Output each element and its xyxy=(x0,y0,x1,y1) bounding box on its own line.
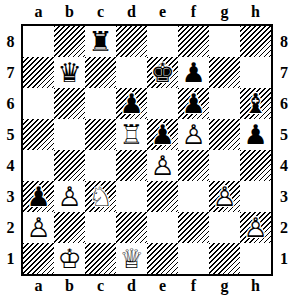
square-h8[interactable] xyxy=(240,26,271,57)
square-g7[interactable] xyxy=(209,57,240,88)
file-label-bottom-f: f xyxy=(178,278,209,294)
square-g8[interactable] xyxy=(209,26,240,57)
white-king-silhouette: ♚ xyxy=(54,243,85,274)
square-d2[interactable] xyxy=(116,212,147,243)
square-b4[interactable] xyxy=(54,150,85,181)
square-c3[interactable]: ♞♘ xyxy=(85,181,116,212)
rank-label-right-7: 7 xyxy=(273,65,295,81)
square-b1[interactable]: ♚♔ xyxy=(54,243,85,274)
square-d7[interactable] xyxy=(116,57,147,88)
file-label-bottom-c: c xyxy=(85,278,116,294)
square-f2[interactable] xyxy=(178,212,209,243)
file-label-top-g: g xyxy=(209,4,240,20)
square-e5[interactable]: ♟♟ xyxy=(147,119,178,150)
rank-label-right-5: 5 xyxy=(273,127,295,143)
square-e7[interactable]: ♚♚ xyxy=(147,57,178,88)
file-label-bottom-b: b xyxy=(54,278,85,294)
file-label-top-h: h xyxy=(240,4,271,20)
black-pawn: ♟ xyxy=(147,119,178,150)
white-pawn-silhouette: ♟ xyxy=(209,181,240,212)
square-g2[interactable] xyxy=(209,212,240,243)
white-pawn-silhouette: ♟ xyxy=(147,150,178,181)
square-a7[interactable] xyxy=(23,57,54,88)
rank-label-left-6: 6 xyxy=(0,96,21,112)
file-label-top-d: d xyxy=(116,4,147,20)
square-b3[interactable]: ♟♙ xyxy=(54,181,85,212)
black-bishop-silhouette: ♝ xyxy=(240,88,271,119)
square-c4[interactable] xyxy=(85,150,116,181)
square-d6[interactable]: ♟♟ xyxy=(116,88,147,119)
square-g1[interactable] xyxy=(209,243,240,274)
square-e1[interactable] xyxy=(147,243,178,274)
file-label-bottom-d: d xyxy=(116,278,147,294)
black-pawn-silhouette: ♟ xyxy=(178,88,209,119)
black-pawn: ♟ xyxy=(240,119,271,150)
rank-label-left-8: 8 xyxy=(0,34,21,50)
square-e8[interactable] xyxy=(147,26,178,57)
black-pawn: ♟ xyxy=(178,88,209,119)
rank-label-left-1: 1 xyxy=(0,251,21,267)
file-labels-bottom: abcdefgh xyxy=(23,276,295,295)
square-h3[interactable] xyxy=(240,181,271,212)
rank-labels-right: 87654321 xyxy=(273,24,295,276)
black-pawn-silhouette: ♟ xyxy=(116,88,147,119)
white-pawn: ♙ xyxy=(209,181,240,212)
square-h4[interactable] xyxy=(240,150,271,181)
square-e6[interactable] xyxy=(147,88,178,119)
rank-label-right-1: 1 xyxy=(273,251,295,267)
square-a6[interactable] xyxy=(23,88,54,119)
black-bishop: ♝ xyxy=(240,88,271,119)
white-knight-silhouette: ♞ xyxy=(85,181,116,212)
rank-label-left-4: 4 xyxy=(0,158,21,174)
black-queen: ♛ xyxy=(54,57,85,88)
square-a5[interactable] xyxy=(23,119,54,150)
square-g4[interactable] xyxy=(209,150,240,181)
file-label-top-e: e xyxy=(147,4,178,20)
white-rook: ♖ xyxy=(116,119,147,150)
file-label-top-b: b xyxy=(54,4,85,20)
rank-label-left-5: 5 xyxy=(0,127,21,143)
chess-diagram: abcdefgh 87654321 ♜♜♛♛♚♚♟♟♟♟♟♟♝♝♜♖♟♟♟♙♟♟… xyxy=(0,0,295,295)
square-f7[interactable]: ♟♟ xyxy=(178,57,209,88)
black-pawn: ♟ xyxy=(178,57,209,88)
white-pawn-silhouette: ♟ xyxy=(240,212,271,243)
black-pawn: ♟ xyxy=(116,88,147,119)
square-d8[interactable] xyxy=(116,26,147,57)
white-pawn-silhouette: ♟ xyxy=(23,212,54,243)
rank-label-right-6: 6 xyxy=(273,96,295,112)
square-d1[interactable]: ♛♕ xyxy=(116,243,147,274)
white-knight: ♘ xyxy=(85,181,116,212)
black-pawn: ♟ xyxy=(23,181,54,212)
square-b5[interactable] xyxy=(54,119,85,150)
white-rook-silhouette: ♜ xyxy=(116,119,147,150)
square-b6[interactable] xyxy=(54,88,85,119)
rank-label-right-4: 4 xyxy=(273,158,295,174)
rank-label-left-2: 2 xyxy=(0,220,21,236)
square-f8[interactable] xyxy=(178,26,209,57)
square-e3[interactable] xyxy=(147,181,178,212)
square-e4[interactable]: ♟♙ xyxy=(147,150,178,181)
file-label-bottom-g: g xyxy=(209,278,240,294)
square-b2[interactable] xyxy=(54,212,85,243)
square-d3[interactable] xyxy=(116,181,147,212)
square-a8[interactable] xyxy=(23,26,54,57)
square-c6[interactable] xyxy=(85,88,116,119)
square-c5[interactable] xyxy=(85,119,116,150)
black-rook-silhouette: ♜ xyxy=(85,26,116,57)
black-pawn-silhouette: ♟ xyxy=(23,181,54,212)
square-d5[interactable]: ♜♖ xyxy=(116,119,147,150)
rank-label-right-8: 8 xyxy=(273,34,295,50)
square-f4[interactable] xyxy=(178,150,209,181)
rank-label-left-7: 7 xyxy=(0,65,21,81)
square-c8[interactable]: ♜♜ xyxy=(85,26,116,57)
square-g6[interactable] xyxy=(209,88,240,119)
square-f6[interactable]: ♟♟ xyxy=(178,88,209,119)
chess-board: ♜♜♛♛♚♚♟♟♟♟♟♟♝♝♜♖♟♟♟♙♟♟♟♙♟♟♟♙♞♘♟♙♟♙♟♙♚♔♛♕ xyxy=(21,24,273,276)
white-pawn-silhouette: ♟ xyxy=(178,119,209,150)
white-pawn: ♙ xyxy=(240,212,271,243)
black-king-silhouette: ♚ xyxy=(147,57,178,88)
rank-label-right-3: 3 xyxy=(273,189,295,205)
file-label-bottom-e: e xyxy=(147,278,178,294)
rank-label-left-3: 3 xyxy=(0,189,21,205)
square-a3[interactable]: ♟♟ xyxy=(23,181,54,212)
white-pawn: ♙ xyxy=(147,150,178,181)
file-label-top-a: a xyxy=(23,4,54,20)
square-h2[interactable]: ♟♙ xyxy=(240,212,271,243)
square-b8[interactable] xyxy=(54,26,85,57)
square-a1[interactable] xyxy=(23,243,54,274)
black-queen-silhouette: ♛ xyxy=(54,57,85,88)
square-c1[interactable] xyxy=(85,243,116,274)
square-g5[interactable] xyxy=(209,119,240,150)
square-h1[interactable] xyxy=(240,243,271,274)
square-g3[interactable]: ♟♙ xyxy=(209,181,240,212)
square-h5[interactable]: ♟♟ xyxy=(240,119,271,150)
square-c2[interactable] xyxy=(85,212,116,243)
white-king: ♔ xyxy=(54,243,85,274)
white-queen-silhouette: ♛ xyxy=(116,243,147,274)
black-rook: ♜ xyxy=(85,26,116,57)
white-pawn: ♙ xyxy=(178,119,209,150)
file-label-top-c: c xyxy=(85,4,116,20)
black-pawn-silhouette: ♟ xyxy=(147,119,178,150)
rank-labels-left: 87654321 xyxy=(0,24,21,276)
white-queen: ♕ xyxy=(116,243,147,274)
square-a4[interactable] xyxy=(23,150,54,181)
white-pawn: ♙ xyxy=(23,212,54,243)
square-h7[interactable] xyxy=(240,57,271,88)
file-label-bottom-h: h xyxy=(240,278,271,294)
white-pawn: ♙ xyxy=(54,181,85,212)
square-f3[interactable] xyxy=(178,181,209,212)
file-label-bottom-a: a xyxy=(23,278,54,294)
white-pawn-silhouette: ♟ xyxy=(54,181,85,212)
file-labels-top: abcdefgh xyxy=(23,0,295,24)
black-pawn-silhouette: ♟ xyxy=(240,119,271,150)
black-king: ♚ xyxy=(147,57,178,88)
black-pawn-silhouette: ♟ xyxy=(178,57,209,88)
square-f1[interactable] xyxy=(178,243,209,274)
square-a2[interactable]: ♟♙ xyxy=(23,212,54,243)
file-label-top-f: f xyxy=(178,4,209,20)
square-f5[interactable]: ♟♙ xyxy=(178,119,209,150)
square-b7[interactable]: ♛♛ xyxy=(54,57,85,88)
square-h6[interactable]: ♝♝ xyxy=(240,88,271,119)
square-d4[interactable] xyxy=(116,150,147,181)
square-e2[interactable] xyxy=(147,212,178,243)
rank-label-right-2: 2 xyxy=(273,220,295,236)
square-c7[interactable] xyxy=(85,57,116,88)
